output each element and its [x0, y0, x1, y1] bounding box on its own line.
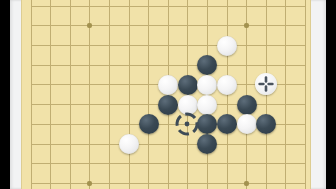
star-point: [244, 23, 249, 28]
grid-line-vertical: [129, 0, 130, 189]
grid-line-horizontal: [31, 6, 306, 7]
black-stone: [197, 134, 217, 154]
gomoku-board[interactable]: [21, 0, 311, 189]
black-stone: [139, 114, 159, 134]
grid-line-horizontal: [31, 163, 306, 164]
white-stone: [197, 75, 217, 95]
grid-line-horizontal: [31, 45, 306, 46]
black-stone: [237, 95, 257, 115]
black-stone: [178, 75, 198, 95]
white-stone: [217, 36, 237, 56]
grid-line-vertical: [285, 0, 286, 189]
white-stone: [217, 75, 237, 95]
black-stone: [256, 114, 276, 134]
grid-line-vertical: [305, 0, 306, 189]
star-point: [87, 181, 92, 186]
white-stone: [237, 114, 257, 134]
grid-line-vertical: [50, 0, 51, 189]
star-point: [244, 181, 249, 186]
white-stone: [119, 134, 139, 154]
grid-line-vertical: [70, 0, 71, 189]
grid-line-vertical: [148, 0, 149, 189]
grid-line-horizontal: [31, 144, 306, 145]
target-marker-icon: [174, 111, 200, 137]
star-point: [87, 23, 92, 28]
black-stone: [197, 55, 217, 75]
grid-line-horizontal: [31, 65, 306, 66]
grid-line-horizontal: [31, 183, 306, 184]
cursor-icon: [255, 73, 277, 95]
grid-line-vertical: [89, 0, 90, 189]
black-stone: [197, 114, 217, 134]
grid-line-horizontal: [31, 25, 306, 26]
white-stone: [158, 75, 178, 95]
grid-line-vertical: [31, 0, 32, 189]
white-stone: [197, 95, 217, 115]
grid-line-vertical: [109, 0, 110, 189]
black-stone: [217, 114, 237, 134]
